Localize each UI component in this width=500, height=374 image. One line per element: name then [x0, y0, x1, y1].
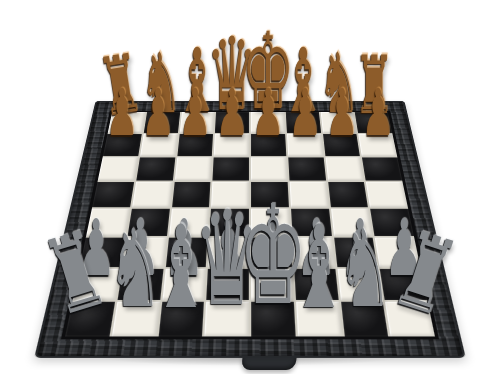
black-pawn[interactable]: ♟ [101, 100, 142, 146]
black-pawn[interactable]: ♟ [211, 100, 252, 146]
square-g6[interactable] [325, 157, 364, 181]
photo-scene: ♜♞♝♛♚♝♞♜♟♟♟♟♟♟♟♟♟♟♟♟♟♟♟♟♜♞♝♛♚♝♞♜ [0, 0, 500, 374]
pawn-glyph-icon: ♟ [142, 82, 175, 147]
square-h6[interactable] [362, 157, 402, 181]
pawn-glyph-icon: ♟ [325, 82, 358, 147]
square-c6[interactable] [174, 157, 212, 181]
white-rook[interactable]: ♜ [378, 248, 444, 322]
pawn-glyph-icon: ♟ [362, 82, 395, 147]
pawn-glyph-icon: ♟ [288, 82, 321, 147]
black-pawn[interactable]: ♟ [138, 100, 179, 146]
black-pawn[interactable]: ♟ [175, 100, 216, 146]
pawn-glyph-icon: ♟ [179, 82, 212, 147]
square-b6[interactable] [136, 157, 175, 181]
black-pawn[interactable]: ♟ [321, 100, 362, 146]
square-a6[interactable] [98, 157, 138, 181]
black-pawn[interactable]: ♟ [284, 100, 325, 146]
pawn-glyph-icon: ♟ [105, 82, 138, 147]
pawn-glyph-icon: ♟ [215, 82, 248, 147]
pawn-glyph-icon: ♟ [252, 82, 285, 147]
black-pawn[interactable]: ♟ [248, 100, 289, 146]
black-pawn[interactable]: ♟ [358, 100, 399, 146]
